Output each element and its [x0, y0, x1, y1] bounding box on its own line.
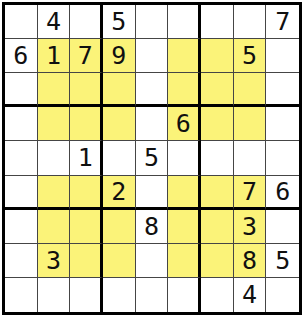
cell-r2c3[interactable]: 7 [70, 39, 103, 73]
cell-r4c3[interactable] [70, 107, 103, 141]
cell-r6c1[interactable] [5, 176, 38, 210]
cell-r8c6[interactable] [168, 244, 201, 278]
cell-r1c1[interactable] [5, 5, 38, 39]
cell-r1c5[interactable] [136, 5, 169, 39]
cell-r7c5[interactable]: 8 [136, 210, 169, 244]
cell-r4c4[interactable] [103, 107, 136, 141]
cell-r8c7[interactable] [201, 244, 234, 278]
cell-r8c5[interactable] [136, 244, 169, 278]
cell-r9c8[interactable]: 4 [234, 278, 267, 312]
cell-r1c3[interactable] [70, 5, 103, 39]
cell-r7c1[interactable] [5, 210, 38, 244]
cell-r5c9[interactable] [266, 141, 299, 175]
cell-r2c5[interactable] [136, 39, 169, 73]
cell-r3c6[interactable] [168, 73, 201, 107]
cell-r9c9[interactable] [266, 278, 299, 312]
cell-r2c2[interactable]: 1 [38, 39, 71, 73]
cell-r6c2[interactable] [38, 176, 71, 210]
cell-r6c4[interactable]: 2 [103, 176, 136, 210]
cell-r1c8[interactable] [234, 5, 267, 39]
cell-r5c3[interactable]: 1 [70, 141, 103, 175]
cell-r7c7[interactable] [201, 210, 234, 244]
cell-r9c4[interactable] [103, 278, 136, 312]
cell-r3c7[interactable] [201, 73, 234, 107]
cell-r1c7[interactable] [201, 5, 234, 39]
cell-r8c8[interactable]: 8 [234, 244, 267, 278]
cell-r6c3[interactable] [70, 176, 103, 210]
sudoku-board: 45761795615276833854 [2, 2, 302, 315]
cell-r3c2[interactable] [38, 73, 71, 107]
cell-r9c5[interactable] [136, 278, 169, 312]
cell-r3c8[interactable] [234, 73, 267, 107]
cell-r6c9[interactable]: 6 [266, 176, 299, 210]
cell-r2c7[interactable] [201, 39, 234, 73]
cell-r2c9[interactable] [266, 39, 299, 73]
cell-r5c2[interactable] [38, 141, 71, 175]
cell-r1c2[interactable]: 4 [38, 5, 71, 39]
cell-r5c1[interactable] [5, 141, 38, 175]
cell-r6c7[interactable] [201, 176, 234, 210]
cell-r5c4[interactable] [103, 141, 136, 175]
cell-r8c4[interactable] [103, 244, 136, 278]
cell-r9c6[interactable] [168, 278, 201, 312]
cell-r3c3[interactable] [70, 73, 103, 107]
cell-r1c4[interactable]: 5 [103, 5, 136, 39]
sudoku-grid: 45761795615276833854 [5, 5, 299, 312]
cell-r6c8[interactable]: 7 [234, 176, 267, 210]
cell-r4c7[interactable] [201, 107, 234, 141]
cell-r7c9[interactable] [266, 210, 299, 244]
cell-r7c4[interactable] [103, 210, 136, 244]
cell-r6c5[interactable] [136, 176, 169, 210]
cell-r8c9[interactable]: 5 [266, 244, 299, 278]
cell-r9c3[interactable] [70, 278, 103, 312]
cell-r4c2[interactable] [38, 107, 71, 141]
cell-r5c7[interactable] [201, 141, 234, 175]
cell-r2c6[interactable] [168, 39, 201, 73]
cell-r4c1[interactable] [5, 107, 38, 141]
cell-r8c1[interactable] [5, 244, 38, 278]
cell-r5c5[interactable]: 5 [136, 141, 169, 175]
cell-r3c4[interactable] [103, 73, 136, 107]
cell-r2c1[interactable]: 6 [5, 39, 38, 73]
cell-r2c8[interactable]: 5 [234, 39, 267, 73]
cell-r6c6[interactable] [168, 176, 201, 210]
cell-r1c6[interactable] [168, 5, 201, 39]
cell-r8c3[interactable] [70, 244, 103, 278]
cell-r9c2[interactable] [38, 278, 71, 312]
cell-r9c7[interactable] [201, 278, 234, 312]
cell-r8c2[interactable]: 3 [38, 244, 71, 278]
cell-r9c1[interactable] [5, 278, 38, 312]
puzzle-canvas: 45761795615276833854 [0, 0, 304, 320]
cell-r3c5[interactable] [136, 73, 169, 107]
cell-r7c3[interactable] [70, 210, 103, 244]
cell-r1c9[interactable]: 7 [266, 5, 299, 39]
cell-r4c5[interactable] [136, 107, 169, 141]
cell-r4c8[interactable] [234, 107, 267, 141]
cell-r7c2[interactable] [38, 210, 71, 244]
cell-r7c6[interactable] [168, 210, 201, 244]
cell-r7c8[interactable]: 3 [234, 210, 267, 244]
cell-r4c9[interactable] [266, 107, 299, 141]
cell-r5c6[interactable] [168, 141, 201, 175]
cell-r2c4[interactable]: 9 [103, 39, 136, 73]
cell-r5c8[interactable] [234, 141, 267, 175]
cell-r3c1[interactable] [5, 73, 38, 107]
cell-r4c6[interactable]: 6 [168, 107, 201, 141]
cell-r3c9[interactable] [266, 73, 299, 107]
